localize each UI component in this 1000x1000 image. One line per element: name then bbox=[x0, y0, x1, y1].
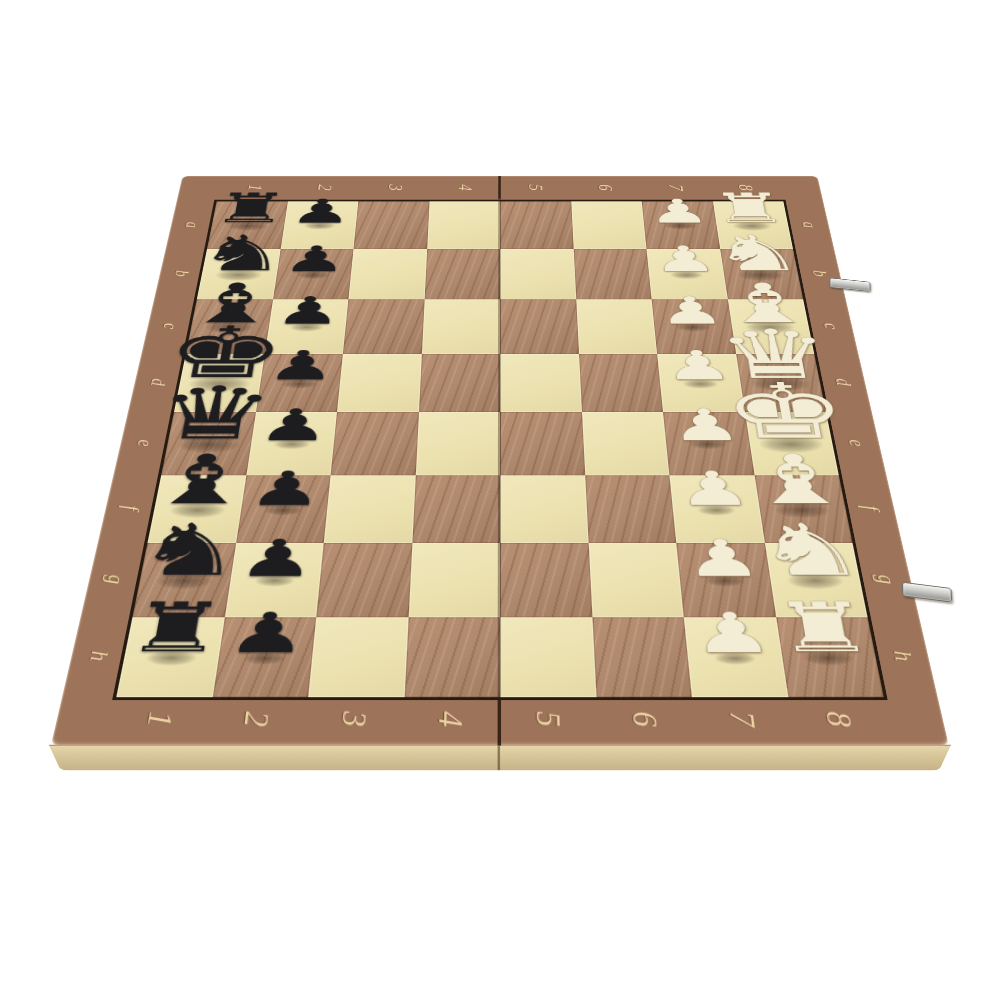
square-h4 bbox=[404, 617, 500, 697]
rank-label-top-4: 4 bbox=[454, 179, 475, 196]
square-h5 bbox=[500, 617, 596, 697]
square-d5 bbox=[500, 354, 582, 412]
square-c4 bbox=[421, 299, 500, 353]
board-front-edge bbox=[49, 745, 952, 771]
product-photo-scene: abcdefghabcdefgh1234567812345678 ♜♞♝♚♛♝♞… bbox=[0, 0, 1000, 1000]
square-a4 bbox=[427, 201, 500, 248]
square-g6 bbox=[588, 543, 684, 617]
square-g8 bbox=[764, 543, 867, 617]
square-g2 bbox=[224, 543, 323, 617]
square-f8 bbox=[754, 475, 852, 543]
square-g5 bbox=[500, 543, 592, 617]
square-h2 bbox=[212, 617, 316, 697]
square-g3 bbox=[316, 543, 412, 617]
rank-label-top-3: 3 bbox=[384, 179, 406, 196]
square-h1 bbox=[116, 617, 224, 697]
square-a5 bbox=[500, 201, 573, 248]
square-h6 bbox=[592, 617, 692, 697]
square-e4 bbox=[415, 412, 500, 475]
square-f1 bbox=[147, 475, 245, 543]
square-g4 bbox=[408, 543, 500, 617]
square-b5 bbox=[500, 249, 576, 300]
fold-seam-front bbox=[498, 746, 500, 771]
square-b4 bbox=[424, 249, 500, 300]
piece-white-knight-b8: ♞ bbox=[677, 229, 839, 278]
square-f6 bbox=[585, 475, 677, 543]
square-h3 bbox=[308, 617, 408, 697]
square-c5 bbox=[500, 299, 579, 353]
square-f7 bbox=[669, 475, 764, 543]
square-h8 bbox=[776, 617, 884, 697]
rank-label-top-5: 5 bbox=[525, 179, 546, 196]
rank-label-top-6: 6 bbox=[594, 179, 616, 196]
square-f2 bbox=[236, 475, 331, 543]
square-d4 bbox=[419, 354, 501, 412]
square-f5 bbox=[500, 475, 588, 543]
square-g7 bbox=[676, 543, 775, 617]
square-f4 bbox=[412, 475, 500, 543]
chess-board: abcdefghabcdefgh1234567812345678 ♜♞♝♚♛♝♞… bbox=[51, 176, 949, 746]
square-h7 bbox=[684, 617, 788, 697]
square-f3 bbox=[324, 475, 416, 543]
square-g1 bbox=[133, 543, 236, 617]
square-e5 bbox=[500, 412, 585, 475]
